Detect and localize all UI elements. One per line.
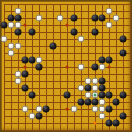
black-stone[interactable] xyxy=(85,85,92,92)
white-stone[interactable] xyxy=(78,64,85,71)
white-stone[interactable] xyxy=(15,22,22,29)
grid-line-horizontal xyxy=(4,116,131,117)
go-board[interactable] xyxy=(0,0,132,132)
hoshi-point xyxy=(24,66,27,69)
black-stone[interactable] xyxy=(99,57,106,64)
grid-line-horizontal xyxy=(4,130,131,131)
white-stone[interactable] xyxy=(29,113,36,120)
black-stone[interactable] xyxy=(99,78,106,85)
black-stone[interactable] xyxy=(120,50,127,57)
white-stone[interactable] xyxy=(78,85,85,92)
grid-line-vertical xyxy=(116,4,117,131)
grid-line-horizontal xyxy=(4,53,131,54)
black-stone[interactable] xyxy=(29,92,36,99)
grid-line-horizontal xyxy=(4,4,131,5)
grid-line-horizontal xyxy=(4,46,131,47)
black-stone[interactable] xyxy=(92,15,99,22)
grid-line-vertical xyxy=(130,4,131,131)
black-stone[interactable] xyxy=(36,64,43,71)
hoshi-point xyxy=(108,66,111,69)
black-stone[interactable] xyxy=(120,36,127,43)
white-stone[interactable] xyxy=(99,113,106,120)
grid-line-horizontal xyxy=(4,81,131,82)
black-stone[interactable] xyxy=(106,92,113,99)
hoshi-point xyxy=(66,66,69,69)
grid-line-vertical xyxy=(67,4,68,131)
black-stone[interactable] xyxy=(22,57,29,64)
grid-line-vertical xyxy=(53,4,54,131)
hoshi-point xyxy=(66,24,69,27)
black-stone[interactable] xyxy=(15,29,22,36)
white-stone[interactable] xyxy=(15,43,22,50)
black-stone[interactable] xyxy=(99,15,106,22)
black-stone[interactable] xyxy=(106,106,113,113)
black-stone[interactable] xyxy=(106,120,113,127)
grid-line-vertical xyxy=(60,4,61,131)
white-stone[interactable] xyxy=(113,15,120,22)
black-stone[interactable] xyxy=(71,29,78,36)
black-stone[interactable] xyxy=(120,92,127,99)
black-stone[interactable] xyxy=(1,22,8,29)
white-stone[interactable] xyxy=(15,71,22,78)
grid-line-horizontal xyxy=(4,39,131,40)
white-stone[interactable] xyxy=(99,99,106,106)
white-stone[interactable] xyxy=(22,106,29,113)
black-stone[interactable] xyxy=(85,99,92,106)
white-stone[interactable] xyxy=(1,36,8,43)
grid-line-horizontal xyxy=(4,67,131,68)
black-stone[interactable] xyxy=(113,99,120,106)
hoshi-point xyxy=(24,24,27,27)
black-stone[interactable] xyxy=(22,71,29,78)
black-stone[interactable] xyxy=(29,29,36,36)
white-stone[interactable] xyxy=(8,50,15,57)
grid-line-horizontal xyxy=(4,32,131,33)
black-stone[interactable] xyxy=(92,99,99,106)
last-move-marker xyxy=(94,94,97,97)
white-stone[interactable] xyxy=(85,92,92,99)
black-stone[interactable] xyxy=(8,15,15,22)
black-stone[interactable] xyxy=(36,113,43,120)
white-stone[interactable] xyxy=(15,78,22,85)
white-stone[interactable] xyxy=(36,106,43,113)
black-stone[interactable] xyxy=(15,15,22,22)
white-stone[interactable] xyxy=(8,43,15,50)
white-stone[interactable] xyxy=(99,64,106,71)
black-stone[interactable] xyxy=(22,85,29,92)
black-stone[interactable] xyxy=(99,85,106,92)
highlight-marker xyxy=(94,122,97,125)
white-stone[interactable] xyxy=(78,36,85,43)
black-stone[interactable] xyxy=(43,106,50,113)
white-stone[interactable] xyxy=(36,57,43,64)
white-stone[interactable] xyxy=(8,22,15,29)
white-stone[interactable] xyxy=(92,78,99,85)
white-stone[interactable] xyxy=(106,8,113,15)
black-stone[interactable] xyxy=(92,64,99,71)
black-stone[interactable] xyxy=(29,57,36,64)
white-stone[interactable] xyxy=(57,15,64,22)
white-stone[interactable] xyxy=(36,15,43,22)
white-stone[interactable] xyxy=(71,106,78,113)
go-app-window xyxy=(0,0,132,132)
black-stone[interactable] xyxy=(92,29,99,36)
black-stone[interactable] xyxy=(78,99,85,106)
black-stone[interactable] xyxy=(64,92,71,99)
black-stone[interactable] xyxy=(71,15,78,22)
white-stone[interactable] xyxy=(85,78,92,85)
white-stone[interactable] xyxy=(106,22,113,29)
black-stone[interactable] xyxy=(106,57,113,64)
white-stone[interactable] xyxy=(92,106,99,113)
white-stone[interactable] xyxy=(15,8,22,15)
hoshi-point xyxy=(66,108,69,111)
white-stone[interactable] xyxy=(92,85,99,92)
black-stone[interactable] xyxy=(120,113,127,120)
black-stone[interactable] xyxy=(99,92,106,99)
white-stone[interactable] xyxy=(99,106,106,113)
grid-line-vertical xyxy=(88,4,89,131)
black-stone[interactable] xyxy=(50,43,57,50)
black-stone[interactable] xyxy=(113,120,120,127)
